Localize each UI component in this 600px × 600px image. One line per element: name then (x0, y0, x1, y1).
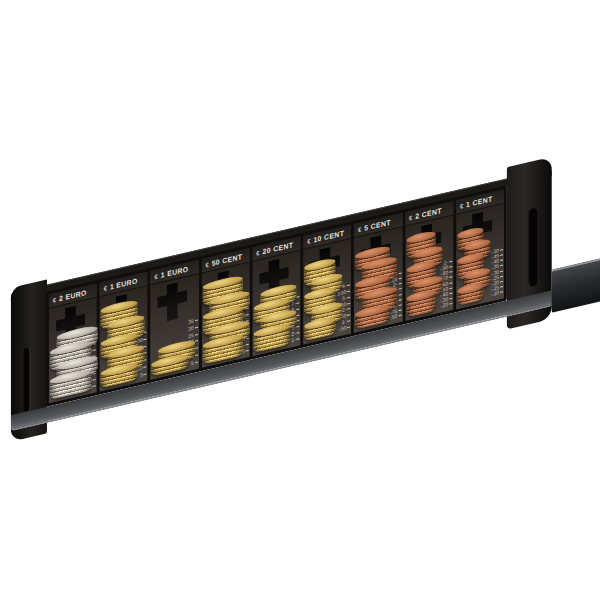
left-handle-slot (24, 347, 30, 412)
channel-body: -,50-,45-,40-,35-,30-,25-,20-,15-,10 (456, 204, 504, 309)
euro-symbol-icon: € (460, 202, 463, 209)
euro-symbol-icon: € (409, 214, 412, 221)
channel-body: 3530252015105 (151, 274, 199, 379)
euro-symbol-icon: € (256, 249, 259, 256)
channel-body: 20-17,5015-12,5010-7,505-2,50 (202, 262, 250, 367)
coin-stacks (303, 239, 351, 341)
channel-body: 2,502,252-1,751,501,251--,75-,50 (354, 227, 402, 332)
channel-8-2-cent: €2 CENT1--,90-,80-,70-,60-,50-,40-,30-,2… (405, 201, 453, 321)
scene: €2 EURO8070605040302010€1 EURO3530252015… (0, 0, 600, 600)
coin-stack (152, 353, 189, 377)
coin-stacks (456, 204, 504, 306)
euro-symbol-icon: € (53, 296, 56, 303)
euro-symbol-icon: € (307, 238, 310, 245)
channel-body: 8070605040302010 (49, 298, 97, 403)
coin-stack (355, 302, 390, 329)
channel-body: 4-3,503-2,502-1,501--,50 (303, 239, 351, 344)
euro-symbol-icon: € (358, 226, 361, 233)
channel-body: 3530252015105 (100, 286, 148, 391)
channel-body: 8-7-6-5-4-3-2-1- (252, 251, 300, 356)
channel-body: 1--,90-,80-,70-,60-,50-,40-,30-,20 (405, 215, 453, 320)
coin-stacks (405, 215, 453, 317)
channel-grid: €2 EURO8070605040302010€1 EURO3530252015… (46, 186, 507, 407)
channel-5-20-cent: €20 CENT8-7-6-5-4-3-2-1- (252, 236, 300, 356)
coin-stack (253, 322, 289, 353)
right-handle-slot (528, 207, 537, 287)
coin-stack (457, 281, 483, 306)
coin-stacks (100, 286, 148, 388)
coin-stacks (354, 227, 402, 329)
coin-stacks (202, 262, 250, 364)
euro-symbol-icon: € (155, 273, 158, 280)
coin-stacks (151, 274, 199, 376)
channel-3-1-euro: €1 EURO3530252015105 (151, 260, 199, 380)
coin-stacks (49, 298, 97, 400)
channel-1-2-euro: €2 EURO8070605040302010 (49, 283, 97, 403)
channel-6-10-cent: €10 CENT4-3,503-2,502-1,501--,50 (303, 225, 351, 345)
channel-4-50-cent: €50 CENT20-17,5015-12,5010-7,505-2,50 (202, 248, 250, 368)
coin-stack (304, 315, 335, 341)
channel-9-1-cent: €1 CENT-,50-,45-,40-,35-,30-,25-,20-,15-… (456, 189, 504, 309)
coin-stack (101, 361, 138, 388)
coin-stack (406, 288, 435, 317)
channel-2-1-euro: €1 EURO3530252015105 (100, 272, 148, 392)
channel-7-5-cent: €5 CENT2,502,252-1,751,501,251--,75-,50 (354, 213, 402, 333)
tray-base-extension (552, 256, 600, 313)
coin-sorting-tray: €2 EURO8070605040302010€1 EURO3530252015… (46, 186, 507, 407)
coin-stacks (252, 251, 300, 353)
euro-symbol-icon: € (104, 285, 107, 292)
euro-symbol-icon: € (205, 261, 208, 268)
